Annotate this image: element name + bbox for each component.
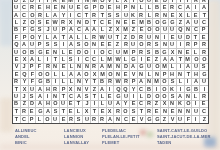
grid-cell-r16c15[interactable]: O bbox=[122, 108, 130, 115]
grid-cell-r13c15[interactable]: Q bbox=[122, 86, 130, 93]
grid-cell-r15c13[interactable]: U bbox=[107, 101, 115, 108]
grid-cell-r3c14[interactable]: S bbox=[114, 12, 122, 19]
grid-cell-r10c8[interactable]: L bbox=[68, 64, 76, 71]
grid-cell-r10c18[interactable]: U bbox=[146, 64, 154, 71]
grid-cell-r15c19[interactable]: Z bbox=[153, 101, 161, 108]
grid-cell-r4c9[interactable]: N bbox=[75, 19, 83, 26]
grid-cell-r8c19[interactable]: B bbox=[153, 49, 161, 56]
grid-cell-r5c2[interactable]: F bbox=[21, 27, 29, 34]
grid-cell-r9c22[interactable]: T bbox=[177, 56, 185, 63]
grid-cell-r4c7[interactable]: R bbox=[60, 19, 68, 26]
grid-cell-r9c16[interactable]: G bbox=[130, 56, 138, 63]
grid-cell-r6c5[interactable]: L bbox=[44, 34, 52, 41]
grid-cell-r14c17[interactable]: L bbox=[138, 93, 146, 100]
grid-cell-r5c21[interactable]: U bbox=[169, 27, 177, 34]
grid-cell-r5c8[interactable]: A bbox=[68, 27, 76, 34]
grid-cell-r10c19[interactable]: O bbox=[153, 64, 161, 71]
grid-cell-r17c11[interactable]: R bbox=[91, 116, 99, 123]
grid-cell-r4c22[interactable]: Z bbox=[177, 19, 185, 26]
grid-cell-r7c20[interactable]: N bbox=[161, 41, 169, 48]
grid-cell-r10c11[interactable]: R bbox=[91, 64, 99, 71]
grid-cell-r10c4[interactable]: F bbox=[36, 64, 44, 71]
grid-cell-r5c16[interactable]: Z bbox=[130, 27, 138, 34]
grid-cell-r11c15[interactable]: E bbox=[122, 71, 130, 78]
grid-cell-r12c15[interactable]: R bbox=[122, 79, 130, 86]
grid-cell-r7c5[interactable]: S bbox=[44, 41, 52, 48]
grid-cell-r14c12[interactable]: L bbox=[99, 93, 107, 100]
grid-cell-r4c1[interactable]: L bbox=[13, 19, 21, 26]
grid-cell-r14c20[interactable]: O bbox=[161, 93, 169, 100]
grid-cell-r5c7[interactable]: P bbox=[60, 27, 68, 34]
grid-cell-r5c18[interactable]: O bbox=[146, 27, 154, 34]
grid-cell-r17c5[interactable]: O bbox=[44, 116, 52, 123]
grid-cell-r2c8[interactable]: U bbox=[68, 4, 76, 11]
grid-cell-r2c21[interactable]: R bbox=[169, 4, 177, 11]
grid-cell-r9c18[interactable]: E bbox=[146, 56, 154, 63]
grid-cell-r4c18[interactable]: B bbox=[146, 19, 154, 26]
grid-cell-r16c18[interactable]: R bbox=[146, 108, 154, 115]
grid-cell-r7c21[interactable]: U bbox=[169, 41, 177, 48]
grid-cell-r10c14[interactable]: N bbox=[114, 64, 122, 71]
grid-cell-r12c23[interactable]: I bbox=[185, 79, 193, 86]
grid-cell-r5c13[interactable]: Z bbox=[107, 27, 115, 34]
word-item[interactable]: PLEMET bbox=[102, 141, 140, 144]
grid-cell-r6c18[interactable]: U bbox=[146, 34, 154, 41]
grid-cell-r13c12[interactable]: A bbox=[99, 86, 107, 93]
grid-cell-r5c25[interactable]: P bbox=[200, 27, 208, 34]
grid-cell-r12c25[interactable]: U bbox=[200, 79, 208, 86]
grid-cell-r8c24[interactable]: L bbox=[192, 49, 200, 56]
grid-cell-r16c2[interactable]: R bbox=[21, 108, 29, 115]
grid-cell-r9c3[interactable]: A bbox=[29, 56, 37, 63]
grid-cell-r9c19[interactable]: Z bbox=[153, 56, 161, 63]
grid-cell-r14c3[interactable]: S bbox=[29, 93, 37, 100]
grid-cell-r12c9[interactable]: N bbox=[75, 79, 83, 86]
grid-cell-r6c2[interactable]: P bbox=[21, 34, 29, 41]
grid-cell-r11c23[interactable]: T bbox=[185, 71, 193, 78]
grid-cell-r12c2[interactable]: Y bbox=[21, 79, 29, 86]
grid-cell-r8c16[interactable]: P bbox=[130, 49, 138, 56]
grid-cell-r14c4[interactable]: A bbox=[36, 93, 44, 100]
grid-cell-r7c9[interactable]: S bbox=[75, 41, 83, 48]
grid-cell-r5c1[interactable]: B bbox=[13, 27, 21, 34]
grid-cell-r3c16[interactable]: K bbox=[130, 12, 138, 19]
grid-cell-r6c22[interactable]: U bbox=[177, 34, 185, 41]
grid-cell-r12c11[interactable]: T bbox=[91, 79, 99, 86]
grid-cell-r11c13[interactable]: O bbox=[107, 71, 115, 78]
grid-cell-r12c1[interactable]: R bbox=[13, 79, 21, 86]
grid-cell-r14c24[interactable]: L bbox=[192, 93, 200, 100]
grid-cell-r5c6[interactable]: U bbox=[52, 27, 60, 34]
grid-cell-r4c6[interactable]: W bbox=[52, 19, 60, 26]
grid-cell-r3c15[interactable]: U bbox=[122, 12, 130, 19]
grid-cell-r3c18[interactable]: L bbox=[146, 12, 154, 19]
grid-cell-r2c5[interactable]: H bbox=[44, 4, 52, 11]
grid-cell-r17c8[interactable]: R bbox=[68, 116, 76, 123]
grid-cell-r16c7[interactable]: T bbox=[60, 108, 68, 115]
grid-cell-r11c4[interactable]: O bbox=[36, 71, 44, 78]
grid-cell-r11c10[interactable]: O bbox=[83, 71, 91, 78]
word-item[interactable]: TADEN bbox=[157, 141, 210, 144]
grid-cell-r9c24[interactable]: O bbox=[192, 56, 200, 63]
grid-cell-r7c6[interactable]: S bbox=[52, 41, 60, 48]
grid-cell-r8c15[interactable]: M bbox=[122, 49, 130, 56]
grid-cell-r9c17[interactable]: I bbox=[138, 56, 146, 63]
grid-cell-r4c11[interactable]: T bbox=[91, 19, 99, 26]
grid-cell-r17c18[interactable]: G bbox=[146, 116, 154, 123]
grid-cell-r7c7[interactable]: I bbox=[60, 41, 68, 48]
grid-cell-r8c9[interactable]: D bbox=[75, 49, 83, 56]
grid-cell-r4c25[interactable]: C bbox=[200, 19, 208, 26]
grid-cell-r11c1[interactable]: E bbox=[13, 71, 21, 78]
grid-cell-r9c21[interactable]: A bbox=[169, 56, 177, 63]
grid-cell-r10c16[interactable]: A bbox=[130, 64, 138, 71]
grid-cell-r5c19[interactable]: O bbox=[153, 27, 161, 34]
grid-cell-r16c12[interactable]: E bbox=[99, 108, 107, 115]
grid-cell-r7c3[interactable]: U bbox=[29, 41, 37, 48]
grid-cell-r16c6[interactable]: S bbox=[52, 108, 60, 115]
grid-cell-r8c18[interactable]: S bbox=[146, 49, 154, 56]
grid-cell-r12c21[interactable]: S bbox=[169, 79, 177, 86]
grid-cell-r10c21[interactable]: L bbox=[169, 64, 177, 71]
grid-cell-r15c12[interactable]: L bbox=[99, 101, 107, 108]
grid-cell-r4c21[interactable]: G bbox=[169, 19, 177, 26]
grid-cell-r7c15[interactable]: R bbox=[122, 41, 130, 48]
grid-cell-r8c23[interactable]: E bbox=[185, 49, 193, 56]
grid-cell-r14c15[interactable]: U bbox=[122, 93, 130, 100]
grid-cell-r11c2[interactable]: Q bbox=[21, 71, 29, 78]
grid-cell-r15c23[interactable]: O bbox=[185, 101, 193, 108]
grid-cell-r13c18[interactable]: B bbox=[146, 86, 154, 93]
grid-cell-r2c13[interactable]: E bbox=[107, 4, 115, 11]
grid-cell-r7c11[interactable]: N bbox=[91, 41, 99, 48]
grid-cell-r10c12[interactable]: A bbox=[99, 64, 107, 71]
word-item[interactable]: BINIC bbox=[15, 141, 37, 144]
grid-cell-r6c20[interactable]: I bbox=[161, 34, 169, 41]
grid-cell-r3c25[interactable]: T bbox=[200, 12, 208, 19]
grid-cell-r3c4[interactable]: R bbox=[36, 12, 44, 19]
grid-cell-r8c12[interactable]: O bbox=[99, 49, 107, 56]
grid-cell-r6c4[interactable]: Y bbox=[36, 34, 44, 41]
grid-cell-r16c22[interactable]: N bbox=[177, 108, 185, 115]
grid-cell-r11c18[interactable]: L bbox=[146, 71, 154, 78]
grid-cell-r10c13[interactable]: M bbox=[107, 64, 115, 71]
grid-cell-r12c3[interactable]: F bbox=[29, 79, 37, 86]
grid-cell-r14c5[interactable]: I bbox=[44, 93, 52, 100]
grid-cell-r3c2[interactable]: C bbox=[21, 12, 29, 19]
grid-cell-r8c21[interactable]: X bbox=[169, 49, 177, 56]
grid-cell-r16c5[interactable]: A bbox=[44, 108, 52, 115]
grid-cell-r13c14[interactable]: Q bbox=[114, 86, 122, 93]
grid-cell-r11c25[interactable]: G bbox=[200, 71, 208, 78]
grid-cell-r15c11[interactable]: I bbox=[91, 101, 99, 108]
grid-cell-r3c22[interactable]: X bbox=[177, 12, 185, 19]
grid-cell-r15c7[interactable]: U bbox=[60, 101, 68, 108]
grid-cell-r12c13[interactable]: R bbox=[107, 79, 115, 86]
grid-cell-r15c21[interactable]: N bbox=[169, 101, 177, 108]
grid-cell-r14c14[interactable]: G bbox=[114, 93, 122, 100]
grid-cell-r17c3[interactable]: P bbox=[29, 116, 37, 123]
grid-cell-r6c10[interactable]: L bbox=[83, 34, 91, 41]
grid-cell-r7c13[interactable]: E bbox=[107, 41, 115, 48]
grid-cell-r6c15[interactable]: Z bbox=[122, 34, 130, 41]
grid-cell-r5c24[interactable]: C bbox=[192, 27, 200, 34]
grid-cell-r8c4[interactable]: G bbox=[36, 49, 44, 56]
grid-cell-r17c25[interactable]: Z bbox=[200, 116, 208, 123]
grid-cell-r14c8[interactable]: C bbox=[68, 93, 76, 100]
grid-cell-r17c14[interactable]: N bbox=[114, 116, 122, 123]
grid-cell-r10c1[interactable]: V bbox=[13, 64, 21, 71]
grid-cell-r12c5[interactable]: B bbox=[44, 79, 52, 86]
grid-cell-r2c16[interactable]: N bbox=[130, 4, 138, 11]
word-item[interactable]: LANNION bbox=[64, 135, 89, 138]
grid-cell-r6c11[interactable]: R bbox=[91, 34, 99, 41]
grid-cell-r6c9[interactable]: L bbox=[75, 34, 83, 41]
grid-cell-r4c19[interactable]: O bbox=[153, 19, 161, 26]
grid-cell-r2c25[interactable]: A bbox=[200, 4, 208, 11]
grid-cell-r13c10[interactable]: V bbox=[83, 86, 91, 93]
grid-cell-r10c23[interactable]: A bbox=[185, 64, 193, 71]
grid-cell-r13c17[interactable]: C bbox=[138, 86, 146, 93]
grid-cell-r11c3[interactable]: F bbox=[29, 71, 37, 78]
grid-cell-r13c2[interactable]: X bbox=[21, 86, 29, 93]
grid-cell-r11c6[interactable]: L bbox=[52, 71, 60, 78]
grid-cell-r9c6[interactable]: T bbox=[52, 56, 60, 63]
word-item[interactable]: LANCIEUX bbox=[64, 129, 89, 132]
grid-cell-r15c17[interactable]: C bbox=[138, 101, 146, 108]
grid-cell-r8c11[interactable]: I bbox=[91, 49, 99, 56]
grid-cell-r5c20[interactable]: U bbox=[161, 27, 169, 34]
grid-cell-r3c3[interactable]: O bbox=[29, 12, 37, 19]
grid-cell-r7c23[interactable]: R bbox=[185, 41, 193, 48]
grid-cell-r10c2[interactable]: J bbox=[21, 64, 29, 71]
grid-cell-r11c19[interactable]: N bbox=[153, 71, 161, 78]
grid-cell-r16c25[interactable]: C bbox=[200, 108, 208, 115]
grid-cell-r5c12[interactable]: L bbox=[99, 27, 107, 34]
grid-cell-r15c6[interactable]: O bbox=[52, 101, 60, 108]
grid-cell-r9c13[interactable]: M bbox=[107, 56, 115, 63]
grid-cell-r15c3[interactable]: D bbox=[29, 101, 37, 108]
grid-cell-r10c15[interactable]: D bbox=[122, 64, 130, 71]
grid-cell-r16c19[interactable]: E bbox=[153, 108, 161, 115]
grid-cell-r15c4[interactable]: A bbox=[36, 101, 44, 108]
grid-cell-r3c20[interactable]: N bbox=[161, 12, 169, 19]
grid-cell-r7c16[interactable]: U bbox=[130, 41, 138, 48]
grid-cell-r16c16[interactable]: S bbox=[130, 108, 138, 115]
grid-cell-r8c5[interactable]: E bbox=[44, 49, 52, 56]
grid-cell-r4c8[interactable]: X bbox=[68, 19, 76, 26]
grid-cell-r10c25[interactable]: S bbox=[200, 64, 208, 71]
grid-cell-r11c20[interactable]: P bbox=[161, 71, 169, 78]
grid-cell-r2c1[interactable]: U bbox=[13, 4, 21, 11]
grid-cell-r2c24[interactable]: I bbox=[192, 4, 200, 11]
grid-cell-r13c6[interactable]: R bbox=[52, 86, 60, 93]
grid-cell-r5c4[interactable]: S bbox=[36, 27, 44, 34]
grid-cell-r16c17[interactable]: T bbox=[138, 108, 146, 115]
grid-cell-r8c3[interactable]: B bbox=[29, 49, 37, 56]
grid-cell-r4c10[interactable]: D bbox=[83, 19, 91, 26]
grid-cell-r14c19[interactable]: O bbox=[153, 93, 161, 100]
grid-cell-r12c12[interactable]: B bbox=[99, 79, 107, 86]
grid-cell-r6c13[interactable]: U bbox=[107, 34, 115, 41]
grid-cell-r2c23[interactable]: A bbox=[185, 4, 193, 11]
grid-cell-r15c2[interactable]: Z bbox=[21, 101, 29, 108]
grid-cell-r10c5[interactable]: R bbox=[44, 64, 52, 71]
grid-cell-r2c6[interactable]: E bbox=[52, 4, 60, 11]
grid-cell-r4c5[interactable]: E bbox=[44, 19, 52, 26]
grid-cell-r6c16[interactable]: D bbox=[130, 34, 138, 41]
grid-cell-r9c5[interactable]: I bbox=[44, 56, 52, 63]
grid-cell-r2c2[interactable]: C bbox=[21, 4, 29, 11]
grid-cell-r14c11[interactable]: T bbox=[91, 93, 99, 100]
grid-cell-r7c17[interactable]: O bbox=[138, 41, 146, 48]
grid-cell-r9c20[interactable]: A bbox=[161, 56, 169, 63]
grid-cell-r13c4[interactable]: A bbox=[36, 86, 44, 93]
grid-cell-r17c17[interactable]: V bbox=[138, 116, 146, 123]
grid-cell-r8c14[interactable]: U bbox=[114, 49, 122, 56]
grid-cell-r17c1[interactable]: T bbox=[13, 116, 21, 123]
grid-cell-r12c17[interactable]: A bbox=[138, 79, 146, 86]
grid-cell-r3c1[interactable]: A bbox=[13, 12, 21, 19]
grid-cell-r17c16[interactable]: E bbox=[130, 116, 138, 123]
grid-cell-r14c23[interactable]: N bbox=[185, 93, 193, 100]
grid-cell-r12c7[interactable]: L bbox=[60, 79, 68, 86]
grid-cell-r11c9[interactable]: A bbox=[75, 71, 83, 78]
grid-cell-r9c11[interactable]: C bbox=[91, 56, 99, 63]
grid-cell-r13c8[interactable]: X bbox=[68, 86, 76, 93]
grid-cell-r3c23[interactable]: L bbox=[185, 12, 193, 19]
grid-cell-r13c20[interactable]: O bbox=[161, 86, 169, 93]
grid-cell-r2c18[interactable]: L bbox=[146, 4, 154, 11]
grid-cell-r5c5[interactable]: J bbox=[44, 27, 52, 34]
grid-cell-r7c4[interactable]: P bbox=[36, 41, 44, 48]
grid-cell-r6c24[interactable]: T bbox=[192, 34, 200, 41]
grid-cell-r14c13[interactable]: E bbox=[107, 93, 115, 100]
grid-cell-r9c7[interactable]: L bbox=[60, 56, 68, 63]
grid-cell-r4c12[interactable]: C bbox=[99, 19, 107, 26]
grid-cell-r10c6[interactable]: N bbox=[52, 64, 60, 71]
grid-cell-r7c25[interactable]: R bbox=[200, 41, 208, 48]
word-item[interactable]: SAINT-JACUT-DE-LA-MER bbox=[157, 135, 210, 138]
grid-cell-r17c6[interactable]: U bbox=[52, 116, 60, 123]
grid-cell-r5c14[interactable]: X bbox=[114, 27, 122, 34]
grid-cell-r2c20[interactable]: E bbox=[161, 4, 169, 11]
grid-cell-r15c22[interactable]: K bbox=[177, 101, 185, 108]
grid-cell-r3c21[interactable]: E bbox=[169, 12, 177, 19]
grid-cell-r13c1[interactable]: T bbox=[13, 86, 21, 93]
grid-cell-r6c17[interactable]: R bbox=[138, 34, 146, 41]
grid-cell-r9c14[interactable]: W bbox=[114, 56, 122, 63]
grid-cell-r3c17[interactable]: R bbox=[138, 12, 146, 19]
grid-cell-r13c7[interactable]: P bbox=[60, 86, 68, 93]
grid-cell-r2c11[interactable]: P bbox=[91, 4, 99, 11]
grid-cell-r4c14[interactable]: N bbox=[114, 19, 122, 26]
grid-cell-r12c4[interactable]: G bbox=[36, 79, 44, 86]
grid-cell-r10c20[interactable]: M bbox=[161, 64, 169, 71]
grid-cell-r3c12[interactable]: T bbox=[99, 12, 107, 19]
grid-cell-r11c7[interactable]: L bbox=[60, 71, 68, 78]
grid-cell-r10c7[interactable]: E bbox=[60, 64, 68, 71]
grid-cell-r5c22[interactable]: Q bbox=[177, 27, 185, 34]
grid-cell-r13c16[interactable]: Y bbox=[130, 86, 138, 93]
grid-cell-r2c17[interactable]: L bbox=[138, 4, 146, 11]
grid-cell-r4c20[interactable]: G bbox=[161, 19, 169, 26]
grid-cell-r7c19[interactable]: S bbox=[153, 41, 161, 48]
grid-cell-r7c22[interactable]: I bbox=[177, 41, 185, 48]
grid-cell-r4c3[interactable]: O bbox=[29, 19, 37, 26]
grid-cell-r16c3[interactable]: E bbox=[29, 108, 37, 115]
grid-cell-r12c18[interactable]: N bbox=[146, 79, 154, 86]
grid-cell-r13c22[interactable]: I bbox=[177, 86, 185, 93]
grid-cell-r9c12[interactable]: L bbox=[99, 56, 107, 63]
grid-cell-r17c19[interactable]: G bbox=[153, 116, 161, 123]
grid-cell-r17c23[interactable]: F bbox=[185, 116, 193, 123]
grid-cell-r11c22[interactable]: N bbox=[177, 71, 185, 78]
grid-cell-r9c25[interactable]: O bbox=[200, 56, 208, 63]
grid-cell-r14c1[interactable]: U bbox=[13, 93, 21, 100]
grid-cell-r16c8[interactable]: E bbox=[68, 108, 76, 115]
grid-cell-r4c4[interactable]: S bbox=[36, 19, 44, 26]
grid-cell-r2c3[interactable]: R bbox=[29, 4, 37, 11]
grid-cell-r17c21[interactable]: V bbox=[169, 116, 177, 123]
word-item[interactable]: LANVALLAY bbox=[64, 141, 89, 144]
grid-cell-r12c10[interactable]: Y bbox=[83, 79, 91, 86]
word-item[interactable]: PLELAN-LE-PETIT bbox=[102, 135, 140, 138]
word-item[interactable]: SAINT-CAST-LE-GUILDO bbox=[157, 129, 210, 132]
grid-cell-r4c24[interactable]: U bbox=[192, 19, 200, 26]
grid-cell-r10c17[interactable]: G bbox=[138, 64, 146, 71]
grid-cell-r5c23[interactable]: N bbox=[185, 27, 193, 34]
grid-cell-r6c1[interactable]: F bbox=[13, 34, 21, 41]
grid-cell-r16c10[interactable]: X bbox=[83, 108, 91, 115]
grid-cell-r17c13[interactable]: A bbox=[107, 116, 115, 123]
grid-cell-r11c21[interactable]: H bbox=[169, 71, 177, 78]
grid-cell-r2c4[interactable]: E bbox=[36, 4, 44, 11]
grid-cell-r6c8[interactable]: A bbox=[68, 34, 76, 41]
grid-cell-r16c23[interactable]: N bbox=[185, 108, 193, 115]
grid-cell-r4c16[interactable]: E bbox=[130, 19, 138, 26]
grid-cell-r3c7[interactable]: Y bbox=[60, 12, 68, 19]
grid-cell-r9c8[interactable]: S bbox=[68, 56, 76, 63]
grid-cell-r17c15[interactable]: C bbox=[122, 116, 130, 123]
grid-cell-r15c10[interactable]: J bbox=[83, 101, 91, 108]
grid-cell-r6c14[interactable]: T bbox=[114, 34, 122, 41]
grid-cell-r2c22[interactable]: C bbox=[177, 4, 185, 11]
grid-cell-r11c17[interactable]: N bbox=[138, 71, 146, 78]
grid-cell-r15c9[interactable]: T bbox=[75, 101, 83, 108]
grid-cell-r13c25[interactable]: I bbox=[200, 86, 208, 93]
grid-cell-r12c8[interactable]: L bbox=[68, 79, 76, 86]
grid-cell-r8c8[interactable]: E bbox=[68, 49, 76, 56]
grid-cell-r12c16[interactable]: P bbox=[130, 79, 138, 86]
grid-cell-r8c6[interactable]: N bbox=[52, 49, 60, 56]
grid-cell-r9c23[interactable]: M bbox=[185, 56, 193, 63]
grid-cell-r14c9[interactable]: A bbox=[75, 93, 83, 100]
grid-cell-r3c6[interactable]: A bbox=[52, 12, 60, 19]
grid-cell-r17c10[interactable]: U bbox=[83, 116, 91, 123]
grid-cell-r17c2[interactable]: C bbox=[21, 116, 29, 123]
grid-cell-r3c13[interactable]: S bbox=[107, 12, 115, 19]
grid-cell-r4c15[interactable]: E bbox=[122, 19, 130, 26]
grid-cell-r7c10[interactable]: O bbox=[83, 41, 91, 48]
grid-cell-r2c9[interactable]: E bbox=[75, 4, 83, 11]
grid-cell-r10c9[interactable]: N bbox=[75, 64, 83, 71]
grid-cell-r12c6[interactable]: I bbox=[52, 79, 60, 86]
grid-cell-r11c8[interactable]: A bbox=[68, 71, 76, 78]
grid-cell-r13c9[interactable]: N bbox=[75, 86, 83, 93]
grid-cell-r9c4[interactable]: L bbox=[36, 56, 44, 63]
grid-cell-r14c2[interactable]: J bbox=[21, 93, 29, 100]
